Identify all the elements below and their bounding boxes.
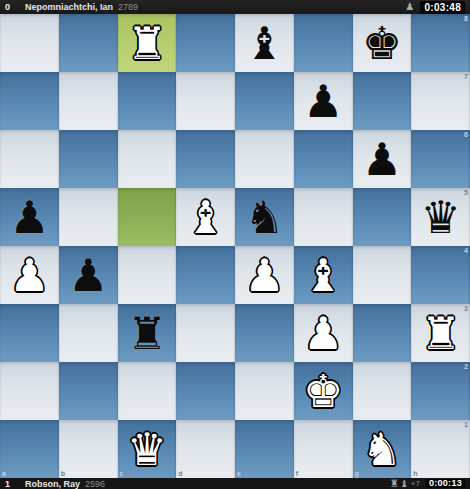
square-c8[interactable]: ♜ bbox=[118, 14, 177, 72]
square-g5[interactable] bbox=[353, 188, 412, 246]
white-pawn-f3[interactable]: ♟ bbox=[294, 304, 353, 362]
black-pawn-a5[interactable]: ♟ bbox=[0, 188, 59, 246]
square-a6[interactable] bbox=[0, 130, 59, 188]
square-d1[interactable]: d bbox=[176, 420, 235, 478]
square-e7[interactable] bbox=[235, 72, 294, 130]
black-pawn-g6[interactable]: ♟ bbox=[353, 130, 412, 188]
black-pawn-f7[interactable]: ♟ bbox=[294, 72, 353, 130]
square-h6[interactable]: 6 bbox=[411, 130, 470, 188]
square-a3[interactable] bbox=[0, 304, 59, 362]
white-rook-h3[interactable]: ♜ bbox=[411, 304, 470, 362]
clock-top: 0:03:48 bbox=[420, 1, 465, 14]
square-c1[interactable]: c♛ bbox=[118, 420, 177, 478]
player-bar-top: 0 Nepomniachtchi, Ian 2789 ♟ 0:03:48 bbox=[0, 0, 470, 14]
square-d6[interactable] bbox=[176, 130, 235, 188]
white-knight-g1[interactable]: ♞ bbox=[353, 420, 412, 478]
clock-bottom: 0:00:13 bbox=[426, 479, 465, 489]
square-h4[interactable]: 4 bbox=[411, 246, 470, 304]
square-f6[interactable] bbox=[294, 130, 353, 188]
player-rating-bottom: 2596 bbox=[85, 479, 105, 489]
square-d7[interactable] bbox=[176, 72, 235, 130]
square-e2[interactable] bbox=[235, 362, 294, 420]
square-c7[interactable] bbox=[118, 72, 177, 130]
square-e5[interactable]: ♞ bbox=[235, 188, 294, 246]
square-h5[interactable]: 5♛ bbox=[411, 188, 470, 246]
chess-broadcast-window: 0 Nepomniachtchi, Ian 2789 ♟ 0:03:48 ♜♝♚… bbox=[0, 0, 470, 489]
square-f3[interactable]: ♟ bbox=[294, 304, 353, 362]
square-f2[interactable]: ♚ bbox=[294, 362, 353, 420]
rank-label-8: 8 bbox=[464, 15, 468, 22]
material-advantage-bottom: ♜♝+7 bbox=[390, 479, 420, 489]
file-label-d: d bbox=[178, 470, 182, 477]
match-score-bottom: 1 bbox=[5, 479, 25, 489]
square-a2[interactable] bbox=[0, 362, 59, 420]
square-d5[interactable]: ♝ bbox=[176, 188, 235, 246]
square-d8[interactable] bbox=[176, 14, 235, 72]
black-bishop-e8[interactable]: ♝ bbox=[235, 14, 294, 72]
square-b1[interactable]: b bbox=[59, 420, 118, 478]
white-pawn-a4[interactable]: ♟ bbox=[0, 246, 59, 304]
square-a8[interactable] bbox=[0, 14, 59, 72]
square-d2[interactable] bbox=[176, 362, 235, 420]
square-f1[interactable]: f bbox=[294, 420, 353, 478]
black-rook-c3[interactable]: ♜ bbox=[118, 304, 177, 362]
rank-label-7: 7 bbox=[464, 73, 468, 80]
square-e4[interactable]: ♟ bbox=[235, 246, 294, 304]
square-e6[interactable] bbox=[235, 130, 294, 188]
square-g2[interactable] bbox=[353, 362, 412, 420]
square-d4[interactable] bbox=[176, 246, 235, 304]
square-b3[interactable] bbox=[59, 304, 118, 362]
black-knight-e5[interactable]: ♞ bbox=[235, 188, 294, 246]
file-label-f: f bbox=[296, 470, 298, 477]
white-queen-c1[interactable]: ♛ bbox=[118, 420, 177, 478]
player-name-top: Nepomniachtchi, Ian bbox=[25, 2, 113, 12]
square-c6[interactable] bbox=[118, 130, 177, 188]
black-queen-h5[interactable]: ♛ bbox=[411, 188, 470, 246]
player-name-bottom: Robson, Ray bbox=[25, 479, 80, 489]
player-bar-bottom: 1 Robson, Ray 2596 ♜♝+7 0:00:13 bbox=[0, 478, 470, 489]
file-label-e: e bbox=[237, 470, 241, 477]
bishop-icon: ♝ bbox=[400, 479, 409, 489]
square-g4[interactable] bbox=[353, 246, 412, 304]
square-g3[interactable] bbox=[353, 304, 412, 362]
rank-label-4: 4 bbox=[464, 247, 468, 254]
square-b7[interactable] bbox=[59, 72, 118, 130]
square-e1[interactable]: e bbox=[235, 420, 294, 478]
square-h3[interactable]: 3♜ bbox=[411, 304, 470, 362]
square-b4[interactable]: ♟ bbox=[59, 246, 118, 304]
rank-label-2: 2 bbox=[464, 363, 468, 370]
black-king-g8[interactable]: ♚ bbox=[353, 14, 412, 72]
square-a4[interactable]: ♟ bbox=[0, 246, 59, 304]
black-pawn-b4[interactable]: ♟ bbox=[59, 246, 118, 304]
file-label-b: b bbox=[61, 470, 65, 477]
square-h8[interactable]: 8 bbox=[411, 14, 470, 72]
square-h2[interactable]: 2 bbox=[411, 362, 470, 420]
square-g6[interactable]: ♟ bbox=[353, 130, 412, 188]
square-g7[interactable] bbox=[353, 72, 412, 130]
player-rating-top: 2789 bbox=[118, 2, 138, 12]
square-f5[interactable] bbox=[294, 188, 353, 246]
file-label-a: a bbox=[2, 470, 6, 477]
match-score-top: 0 bbox=[5, 2, 25, 12]
rank-label-6: 6 bbox=[464, 131, 468, 138]
chess-board: ♜♝♚8♟7♟6♟♝♞5♛♟♟♟♝4♜♟3♜♚2abc♛defg♞1h bbox=[0, 14, 470, 478]
white-king-f2[interactable]: ♚ bbox=[294, 362, 353, 420]
square-e8[interactable]: ♝ bbox=[235, 14, 294, 72]
square-f4[interactable]: ♝ bbox=[294, 246, 353, 304]
material-advantage-top: ♟ bbox=[405, 2, 414, 12]
square-g8[interactable]: ♚ bbox=[353, 14, 412, 72]
square-a5[interactable]: ♟ bbox=[0, 188, 59, 246]
white-rook-c8[interactable]: ♜ bbox=[118, 14, 177, 72]
square-c3[interactable]: ♜ bbox=[118, 304, 177, 362]
file-label-h: h bbox=[413, 470, 417, 477]
square-e3[interactable] bbox=[235, 304, 294, 362]
rank-label-1: 1 bbox=[464, 421, 468, 428]
white-bishop-f4[interactable]: ♝ bbox=[294, 246, 353, 304]
square-h1[interactable]: 1h bbox=[411, 420, 470, 478]
square-g1[interactable]: g♞ bbox=[353, 420, 412, 478]
square-a1[interactable]: a bbox=[0, 420, 59, 478]
pawn-icon: ♟ bbox=[405, 2, 414, 12]
square-h7[interactable]: 7 bbox=[411, 72, 470, 130]
square-c2[interactable] bbox=[118, 362, 177, 420]
square-a7[interactable] bbox=[0, 72, 59, 130]
square-c5[interactable] bbox=[118, 188, 177, 246]
rook-icon: ♜ bbox=[390, 479, 399, 489]
square-b2[interactable] bbox=[59, 362, 118, 420]
square-f7[interactable]: ♟ bbox=[294, 72, 353, 130]
square-b6[interactable] bbox=[59, 130, 118, 188]
white-pawn-e4[interactable]: ♟ bbox=[235, 246, 294, 304]
square-f8[interactable] bbox=[294, 14, 353, 72]
square-b8[interactable] bbox=[59, 14, 118, 72]
square-d3[interactable] bbox=[176, 304, 235, 362]
square-c4[interactable] bbox=[118, 246, 177, 304]
white-bishop-d5[interactable]: ♝ bbox=[176, 188, 235, 246]
material-advantage-text: +7 bbox=[411, 479, 420, 488]
square-b5[interactable] bbox=[59, 188, 118, 246]
